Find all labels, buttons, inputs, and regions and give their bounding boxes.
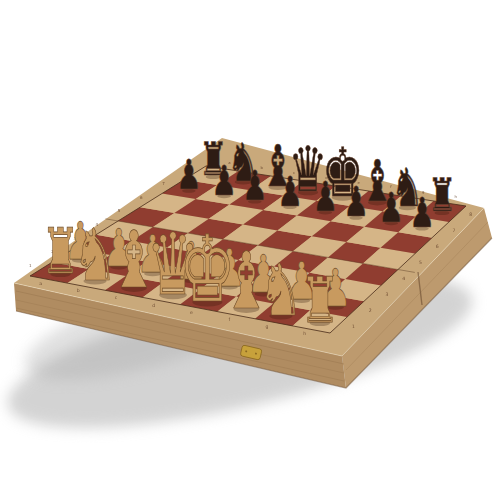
chess-board-scene: aabbccddeeffgghh1122334455667788 ♜♞♝♟♛♟♚… bbox=[0, 0, 500, 500]
chess-set-product-photo: aabbccddeeffgghh1122334455667788 ♜♞♝♟♛♟♚… bbox=[0, 0, 500, 500]
rank-label-right-6: 6 bbox=[436, 244, 439, 249]
rank-label-right-5: 5 bbox=[419, 260, 422, 265]
svg-text:♞: ♞ bbox=[259, 248, 304, 332]
svg-text:♟: ♟ bbox=[378, 183, 404, 231]
svg-text:♟: ♟ bbox=[343, 178, 369, 226]
rank-label-right-2: 2 bbox=[369, 308, 372, 313]
rank-label-right-7: 7 bbox=[452, 228, 455, 233]
svg-text:♟: ♟ bbox=[409, 189, 435, 237]
svg-text:♟: ♟ bbox=[277, 167, 303, 215]
rank-label-right-1: 1 bbox=[352, 324, 355, 329]
piece-white-rook-h1: ♜ bbox=[300, 263, 339, 336]
piece-black-pawn-h7: ♟ bbox=[409, 189, 435, 237]
rank-label-left-6: 6 bbox=[140, 195, 143, 200]
rank-label-left-1: 1 bbox=[29, 263, 32, 268]
svg-text:♟: ♟ bbox=[211, 156, 237, 204]
piece-black-pawn-d7: ♟ bbox=[277, 167, 303, 215]
piece-black-pawn-e7: ♟ bbox=[312, 173, 338, 221]
rank-label-left-7: 7 bbox=[162, 181, 165, 186]
rank-label-right-3: 3 bbox=[385, 292, 388, 297]
piece-black-pawn-b7: ♟ bbox=[211, 156, 237, 204]
piece-black-pawn-a7: ♟ bbox=[176, 151, 202, 199]
piece-black-pawn-c7: ♟ bbox=[242, 162, 268, 210]
svg-text:♟: ♟ bbox=[176, 151, 202, 199]
rank-label-right-8: 8 bbox=[469, 212, 472, 217]
svg-text:♜: ♜ bbox=[300, 263, 339, 336]
svg-text:♟: ♟ bbox=[312, 173, 338, 221]
rank-label-right-4: 4 bbox=[402, 276, 405, 281]
piece-black-pawn-f7: ♟ bbox=[343, 178, 369, 226]
svg-text:♟: ♟ bbox=[242, 162, 268, 210]
piece-black-pawn-g7: ♟ bbox=[378, 183, 404, 231]
piece-white-knight-g1: ♞ bbox=[259, 248, 304, 332]
